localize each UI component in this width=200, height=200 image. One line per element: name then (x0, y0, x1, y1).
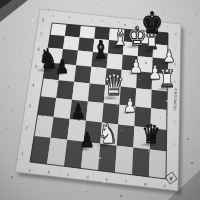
black-pawn: ♟ (55, 57, 69, 76)
black-pawn: ♟ (71, 101, 86, 121)
white-bishop: ♝ (112, 26, 129, 49)
white-pawn: ♟ (123, 96, 137, 115)
white-pawn: ♟ (163, 48, 176, 65)
white-queen: ♛ (103, 71, 124, 100)
white-pawn: ♟ (129, 57, 143, 76)
white-rook: ♜ (158, 67, 176, 91)
pieces-layer: ♚♚♝♜♝♟♞♟♟♟♜♛♟♟♞♛♟ (0, 0, 200, 200)
black-queen: ♛ (141, 121, 160, 147)
white-knight: ♞ (98, 120, 118, 147)
white-rook: ♜ (144, 32, 159, 53)
black-bishop: ♝ (92, 37, 110, 62)
black-pawn: ♟ (79, 130, 94, 151)
photo-scene: aa11bb22cc33dd44ee55ff66gg77hh88©ROCHESS… (0, 0, 200, 200)
